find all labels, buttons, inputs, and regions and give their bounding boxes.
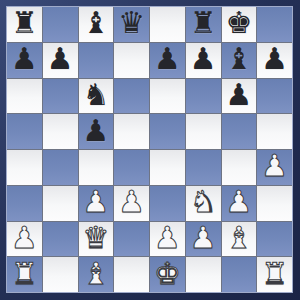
black-pawn-piece[interactable]: ♟ [82,116,109,146]
square-d8[interactable]: ♛ [114,7,149,42]
square-d6[interactable] [114,79,149,114]
square-d7[interactable] [114,43,149,78]
square-f6[interactable] [186,79,221,114]
square-b1[interactable] [43,257,78,292]
white-pawn-piece[interactable]: ♟ [11,223,38,253]
black-bishop-piece[interactable]: ♝ [225,44,252,74]
white-queen-piece[interactable]: ♛ [82,223,109,253]
square-h8[interactable] [257,7,292,42]
square-f1[interactable] [186,257,221,292]
square-e3[interactable] [150,186,185,221]
square-d3[interactable]: ♟ [114,186,149,221]
square-d1[interactable] [114,257,149,292]
square-a6[interactable] [7,79,42,114]
square-e2[interactable]: ♟ [150,222,185,257]
square-g8[interactable]: ♚ [222,7,257,42]
square-h2[interactable] [257,222,292,257]
square-e4[interactable] [150,150,185,185]
square-h7[interactable]: ♟ [257,43,292,78]
square-a3[interactable] [7,186,42,221]
chess-board: ♜♝♛♜♚♟♟♟♟♝♟♞♟♟♟♟♟♞♟♟♛♟♟♝♜♝♚♜ [7,7,292,292]
white-pawn-piece[interactable]: ♟ [118,187,145,217]
square-e1[interactable]: ♚ [150,257,185,292]
square-c2[interactable]: ♛ [79,222,114,257]
square-d4[interactable] [114,150,149,185]
white-rook-piece[interactable]: ♜ [11,259,38,289]
square-c6[interactable]: ♞ [79,79,114,114]
square-d5[interactable] [114,114,149,149]
square-c1[interactable]: ♝ [79,257,114,292]
square-a4[interactable] [7,150,42,185]
square-h6[interactable] [257,79,292,114]
black-pawn-piece[interactable]: ♟ [190,44,217,74]
square-f2[interactable]: ♟ [186,222,221,257]
black-pawn-piece[interactable]: ♟ [261,44,288,74]
white-bishop-piece[interactable]: ♝ [82,259,109,289]
square-a1[interactable]: ♜ [7,257,42,292]
square-c3[interactable]: ♟ [79,186,114,221]
square-e8[interactable] [150,7,185,42]
black-bishop-piece[interactable]: ♝ [82,8,109,38]
square-g6[interactable]: ♟ [222,79,257,114]
black-pawn-piece[interactable]: ♟ [154,44,181,74]
white-knight-piece[interactable]: ♞ [190,187,217,217]
square-c5[interactable]: ♟ [79,114,114,149]
square-g1[interactable] [222,257,257,292]
square-g4[interactable] [222,150,257,185]
square-g7[interactable]: ♝ [222,43,257,78]
square-h4[interactable]: ♟ [257,150,292,185]
square-b3[interactable] [43,186,78,221]
white-king-piece[interactable]: ♚ [154,259,181,289]
board-frame: ♜♝♛♜♚♟♟♟♟♝♟♞♟♟♟♟♟♞♟♟♛♟♟♝♜♝♚♜ [0,0,300,300]
square-b6[interactable] [43,79,78,114]
square-c7[interactable] [79,43,114,78]
white-pawn-piece[interactable]: ♟ [82,187,109,217]
square-e5[interactable] [150,114,185,149]
square-c4[interactable] [79,150,114,185]
black-rook-piece[interactable]: ♜ [190,8,217,38]
square-a5[interactable] [7,114,42,149]
square-f8[interactable]: ♜ [186,7,221,42]
square-f7[interactable]: ♟ [186,43,221,78]
square-a7[interactable]: ♟ [7,43,42,78]
black-knight-piece[interactable]: ♞ [82,80,109,110]
white-bishop-piece[interactable]: ♝ [225,223,252,253]
square-f3[interactable]: ♞ [186,186,221,221]
square-g2[interactable]: ♝ [222,222,257,257]
square-a8[interactable]: ♜ [7,7,42,42]
white-pawn-piece[interactable]: ♟ [261,151,288,181]
white-pawn-piece[interactable]: ♟ [225,187,252,217]
square-h1[interactable]: ♜ [257,257,292,292]
square-h5[interactable] [257,114,292,149]
square-b7[interactable]: ♟ [43,43,78,78]
black-pawn-piece[interactable]: ♟ [225,80,252,110]
square-f5[interactable] [186,114,221,149]
black-pawn-piece[interactable]: ♟ [47,44,74,74]
black-rook-piece[interactable]: ♜ [11,8,38,38]
square-e7[interactable]: ♟ [150,43,185,78]
black-queen-piece[interactable]: ♛ [118,8,145,38]
white-pawn-piece[interactable]: ♟ [154,223,181,253]
square-b2[interactable] [43,222,78,257]
square-c8[interactable]: ♝ [79,7,114,42]
black-pawn-piece[interactable]: ♟ [11,44,38,74]
square-e6[interactable] [150,79,185,114]
square-a2[interactable]: ♟ [7,222,42,257]
white-rook-piece[interactable]: ♜ [261,259,288,289]
square-h3[interactable] [257,186,292,221]
white-pawn-piece[interactable]: ♟ [190,223,217,253]
black-king-piece[interactable]: ♚ [225,8,252,38]
square-b5[interactable] [43,114,78,149]
square-b8[interactable] [43,7,78,42]
square-f4[interactable] [186,150,221,185]
square-d2[interactable] [114,222,149,257]
square-g3[interactable]: ♟ [222,186,257,221]
square-b4[interactable] [43,150,78,185]
square-g5[interactable] [222,114,257,149]
